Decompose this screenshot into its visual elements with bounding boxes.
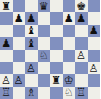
square-e7[interactable] bbox=[50, 12, 63, 24]
black-pawn-icon: ♟ bbox=[14, 13, 24, 24]
square-c3[interactable]: ♙ bbox=[25, 62, 38, 74]
white-rook-icon: ♖ bbox=[76, 87, 86, 98]
square-d5[interactable] bbox=[38, 37, 51, 49]
square-c8[interactable] bbox=[25, 0, 38, 12]
square-c5[interactable]: ♝ bbox=[25, 37, 38, 49]
black-rook-icon: ♜ bbox=[1, 0, 11, 11]
square-g4[interactable]: ♙ bbox=[75, 50, 88, 62]
square-g2[interactable] bbox=[75, 74, 88, 86]
square-b1[interactable] bbox=[13, 87, 26, 99]
square-f2[interactable]: ♔ bbox=[63, 74, 76, 86]
square-c2[interactable] bbox=[25, 74, 38, 86]
white-pawn-icon: ♙ bbox=[89, 62, 99, 73]
square-b6[interactable] bbox=[13, 25, 26, 37]
black-pawn-icon: ♟ bbox=[26, 13, 36, 24]
square-b4[interactable] bbox=[13, 50, 26, 62]
square-f1[interactable]: ♘ bbox=[63, 87, 76, 99]
white-pawn-icon: ♙ bbox=[1, 74, 11, 85]
square-d4[interactable]: ♘ bbox=[38, 50, 51, 62]
white-knight-icon: ♘ bbox=[39, 50, 49, 61]
black-pawn-icon: ♟ bbox=[76, 13, 86, 24]
square-b7[interactable]: ♟ bbox=[13, 12, 26, 24]
square-h7[interactable] bbox=[88, 12, 101, 24]
square-a5[interactable]: ♟ bbox=[0, 37, 13, 49]
square-g8[interactable]: ♚ bbox=[75, 0, 88, 12]
white-pawn-icon: ♙ bbox=[76, 50, 86, 61]
chess-diagram: ♜♛♚♟♟♟♟♝♟♟♝♘♙♙♙♙♙♜♔♖♗♘♖ bbox=[0, 0, 100, 99]
square-e5[interactable] bbox=[50, 37, 63, 49]
square-e1[interactable] bbox=[50, 87, 63, 99]
black-pawn-icon: ♟ bbox=[1, 37, 11, 48]
square-h8[interactable] bbox=[88, 0, 101, 12]
square-f3[interactable] bbox=[63, 62, 76, 74]
white-king-icon: ♔ bbox=[64, 74, 74, 85]
square-f4[interactable] bbox=[63, 50, 76, 62]
white-rook-icon: ♖ bbox=[1, 87, 11, 98]
square-d8[interactable]: ♛ bbox=[38, 0, 51, 12]
square-g1[interactable]: ♖ bbox=[75, 87, 88, 99]
square-a4[interactable] bbox=[0, 50, 13, 62]
black-queen-icon: ♛ bbox=[39, 0, 49, 11]
square-e4[interactable] bbox=[50, 50, 63, 62]
square-f5[interactable] bbox=[63, 37, 76, 49]
square-c1[interactable]: ♗ bbox=[25, 87, 38, 99]
white-bishop-icon: ♗ bbox=[26, 87, 36, 98]
square-d7[interactable] bbox=[38, 12, 51, 24]
square-h2[interactable] bbox=[88, 74, 101, 86]
square-g7[interactable]: ♟ bbox=[75, 12, 88, 24]
square-a1[interactable]: ♖ bbox=[0, 87, 13, 99]
square-g5[interactable] bbox=[75, 37, 88, 49]
square-d2[interactable] bbox=[38, 74, 51, 86]
square-h1[interactable] bbox=[88, 87, 101, 99]
square-a2[interactable]: ♙ bbox=[0, 74, 13, 86]
square-h5[interactable] bbox=[88, 37, 101, 49]
square-b3[interactable] bbox=[13, 62, 26, 74]
black-king-icon: ♚ bbox=[76, 0, 86, 11]
square-f6[interactable] bbox=[63, 25, 76, 37]
square-b5[interactable] bbox=[13, 37, 26, 49]
white-pawn-icon: ♙ bbox=[26, 62, 36, 73]
square-a3[interactable] bbox=[0, 62, 13, 74]
square-b8[interactable] bbox=[13, 0, 26, 12]
square-b2[interactable]: ♙ bbox=[13, 74, 26, 86]
square-e2[interactable]: ♜ bbox=[50, 74, 63, 86]
square-d1[interactable] bbox=[38, 87, 51, 99]
square-g6[interactable] bbox=[75, 25, 88, 37]
white-pawn-icon: ♙ bbox=[14, 74, 24, 85]
square-e8[interactable] bbox=[50, 0, 63, 12]
square-e3[interactable] bbox=[50, 62, 63, 74]
square-a7[interactable] bbox=[0, 12, 13, 24]
square-g3[interactable] bbox=[75, 62, 88, 74]
black-bishop-icon: ♝ bbox=[26, 25, 36, 36]
square-e6[interactable] bbox=[50, 25, 63, 37]
square-c4[interactable] bbox=[25, 50, 38, 62]
square-c7[interactable]: ♟ bbox=[25, 12, 38, 24]
square-d3[interactable] bbox=[38, 62, 51, 74]
chess-board: ♜♛♚♟♟♟♟♝♟♟♝♘♙♙♙♙♙♜♔♖♗♘♖ bbox=[0, 0, 100, 99]
square-d6[interactable] bbox=[38, 25, 51, 37]
square-a6[interactable] bbox=[0, 25, 13, 37]
square-c6[interactable]: ♝ bbox=[25, 25, 38, 37]
white-knight-icon: ♘ bbox=[64, 87, 74, 98]
square-a8[interactable]: ♜ bbox=[0, 0, 13, 12]
black-bishop-icon: ♝ bbox=[26, 37, 36, 48]
square-h4[interactable] bbox=[88, 50, 101, 62]
square-f7[interactable]: ♟ bbox=[63, 12, 76, 24]
black-pawn-icon: ♟ bbox=[64, 13, 74, 24]
square-f8[interactable] bbox=[63, 0, 76, 12]
black-rook-icon: ♜ bbox=[51, 74, 61, 85]
square-h6[interactable]: ♟ bbox=[88, 25, 101, 37]
black-pawn-icon: ♟ bbox=[89, 25, 99, 36]
square-h3[interactable]: ♙ bbox=[88, 62, 101, 74]
